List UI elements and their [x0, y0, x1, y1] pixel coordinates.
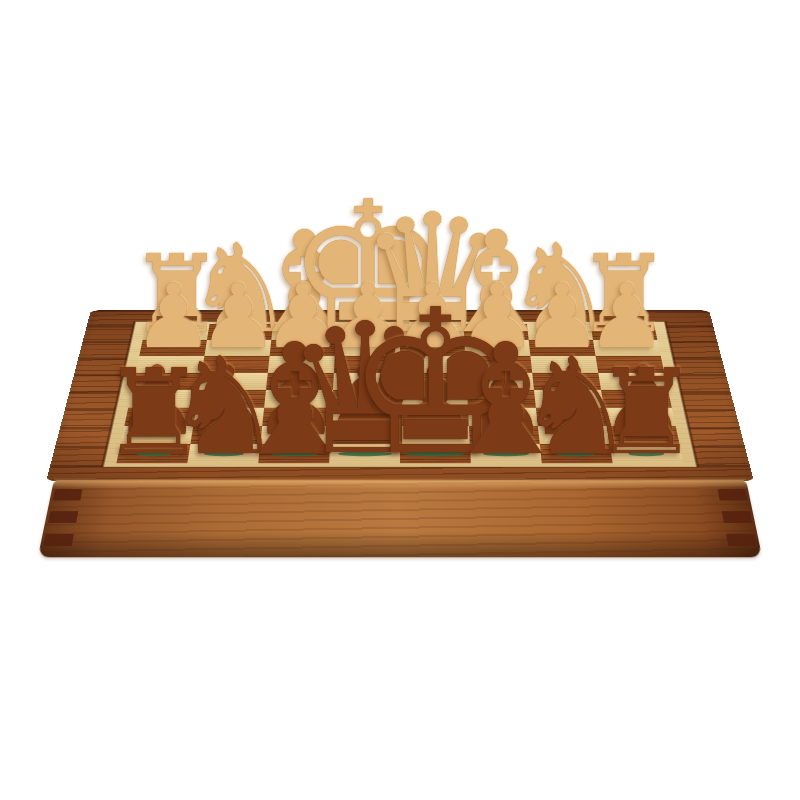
- square-b5: [534, 390, 604, 408]
- board-3d-wrapper: [0, 0, 800, 800]
- square-b6: [536, 408, 607, 426]
- square-g4: [199, 373, 268, 390]
- square-g5: [196, 390, 266, 408]
- square-e6: [331, 408, 400, 426]
- square-g1: [207, 324, 273, 340]
- square-a2: [593, 340, 661, 356]
- square-a3: [596, 356, 665, 373]
- square-c5: [467, 390, 536, 408]
- square-a6: [604, 408, 676, 426]
- square-a4: [598, 373, 668, 390]
- square-h8: [116, 444, 190, 463]
- chess-box-top: [46, 310, 754, 482]
- square-c4: [466, 373, 534, 390]
- board-grid: [116, 324, 683, 463]
- square-d4: [400, 373, 467, 390]
- square-d8: [400, 444, 471, 463]
- square-b7: [538, 426, 610, 445]
- square-f2: [270, 340, 336, 356]
- square-e8: [329, 444, 400, 463]
- square-e1: [336, 324, 400, 340]
- square-h1: [143, 324, 210, 340]
- square-a7: [607, 426, 680, 445]
- square-g8: [187, 444, 260, 463]
- square-g7: [190, 426, 262, 445]
- square-f8: [258, 444, 330, 463]
- square-f7: [260, 426, 331, 445]
- square-b4: [532, 373, 601, 390]
- square-d6: [400, 408, 469, 426]
- chess-set-product-photo: ♜♞♝♚♛♝♞♜♟♟♟♟♟♟♟♟♟♟♟♟♟♟♟♟♜♞♝♛♚♝♞♜: [0, 0, 800, 800]
- square-d3: [400, 356, 466, 373]
- square-f3: [268, 356, 335, 373]
- square-d1: [400, 324, 464, 340]
- square-c1: [464, 324, 529, 340]
- square-h6: [124, 408, 196, 426]
- square-e7: [330, 426, 400, 445]
- square-b8: [540, 444, 613, 463]
- square-d7: [400, 426, 470, 445]
- square-e2: [335, 340, 400, 356]
- square-c3: [465, 356, 532, 373]
- square-f1: [271, 324, 336, 340]
- square-f5: [264, 390, 333, 408]
- square-b3: [530, 356, 598, 373]
- square-e3: [334, 356, 400, 373]
- square-f4: [266, 373, 334, 390]
- square-c7: [469, 426, 540, 445]
- square-h4: [132, 373, 202, 390]
- square-a1: [591, 324, 658, 340]
- square-c8: [470, 444, 542, 463]
- square-h7: [120, 426, 193, 445]
- square-g2: [204, 340, 271, 356]
- square-g3: [202, 356, 270, 373]
- square-d5: [400, 390, 468, 408]
- square-h3: [136, 356, 205, 373]
- square-f6: [262, 408, 332, 426]
- square-h2: [139, 340, 207, 356]
- box-front-face: [38, 480, 762, 557]
- square-e4: [333, 373, 400, 390]
- board-playing-area: [103, 321, 697, 466]
- square-d2: [400, 340, 465, 356]
- square-b1: [527, 324, 593, 340]
- square-a5: [601, 390, 672, 408]
- square-a8: [610, 444, 684, 463]
- square-e5: [332, 390, 400, 408]
- square-b2: [529, 340, 596, 356]
- square-h5: [128, 390, 199, 408]
- square-g6: [193, 408, 264, 426]
- square-c6: [468, 408, 538, 426]
- square-c2: [464, 340, 530, 356]
